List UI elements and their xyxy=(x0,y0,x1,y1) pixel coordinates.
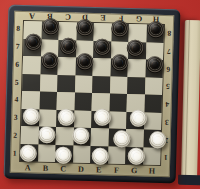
square-D5[interactable] xyxy=(75,75,93,93)
white-piece-glyph: ● xyxy=(27,111,35,120)
white-piece-glyph: ● xyxy=(133,152,141,161)
square-A4[interactable] xyxy=(22,91,40,109)
photo-scene: ABCDEFGH ABCDEFGH 87654321 87654321 ●●●●… xyxy=(0,0,200,189)
rank-labels-right-5: 5 xyxy=(163,77,172,95)
rank-labels-right-1: 1 xyxy=(161,148,170,166)
square-G6[interactable] xyxy=(128,59,146,77)
black-piece-glyph: ● xyxy=(65,41,73,50)
square-E6[interactable] xyxy=(93,58,111,76)
white-piece-glyph: ● xyxy=(135,113,143,122)
square-B5[interactable] xyxy=(40,74,58,92)
square-B3[interactable] xyxy=(39,109,57,127)
square-F5[interactable] xyxy=(110,76,128,94)
square-A6[interactable] xyxy=(23,56,41,74)
black-piece-glyph: ● xyxy=(152,25,160,34)
file-labels-bottom-D: D xyxy=(72,164,90,173)
file-labels-bottom-H: H xyxy=(143,166,161,175)
white-piece-glyph: ● xyxy=(60,151,68,160)
square-D4[interactable] xyxy=(74,93,92,111)
white-piece-glyph: ● xyxy=(42,131,50,140)
checkers-board-frame: ABCDEFGH ABCDEFGH 87654321 87654321 ●●●●… xyxy=(4,5,181,184)
square-G5[interactable] xyxy=(127,76,145,94)
black-piece-glyph: ● xyxy=(81,23,89,32)
square-F1[interactable] xyxy=(108,146,126,164)
file-labels-bottom-C: C xyxy=(54,164,72,173)
box-lid-crease xyxy=(185,20,190,177)
black-piece-glyph: ● xyxy=(115,59,123,68)
square-A5[interactable] xyxy=(22,74,40,92)
square-C4[interactable] xyxy=(57,92,75,110)
square-B4[interactable] xyxy=(39,92,57,110)
square-H5[interactable] xyxy=(145,77,163,95)
file-labels-top-A: A xyxy=(23,11,41,20)
black-piece-glyph: ● xyxy=(46,22,54,31)
black-piece-glyph: ● xyxy=(29,37,37,46)
square-C6[interactable] xyxy=(58,57,76,75)
black-piece-glyph: ● xyxy=(115,24,123,33)
square-F3[interactable] xyxy=(109,111,127,129)
square-C2[interactable] xyxy=(56,127,74,145)
rank-labels-right-6: 6 xyxy=(163,59,172,77)
square-D1[interactable] xyxy=(73,145,91,163)
file-labels-bottom-G: G xyxy=(125,166,143,175)
square-E5[interactable] xyxy=(92,76,110,94)
square-D3[interactable] xyxy=(74,110,92,128)
square-H1[interactable] xyxy=(143,147,161,165)
file-labels-bottom-E: E xyxy=(90,165,108,174)
black-piece-glyph: ● xyxy=(45,57,53,66)
square-E2[interactable] xyxy=(91,128,109,146)
white-piece-glyph: ● xyxy=(96,152,104,161)
white-piece-glyph: ● xyxy=(117,135,125,144)
file-labels-bottom-F: F xyxy=(108,165,126,174)
file-labels-top-C: C xyxy=(59,12,77,21)
white-piece-glyph: ● xyxy=(98,112,106,121)
file-labels-top-E: E xyxy=(94,13,112,22)
square-A2[interactable] xyxy=(21,126,39,144)
file-labels-bottom-A: A xyxy=(19,163,37,172)
box-lid-base-edge xyxy=(178,175,200,186)
square-B1[interactable] xyxy=(38,144,56,162)
square-H4[interactable] xyxy=(144,94,162,112)
black-piece-glyph: ● xyxy=(151,61,159,70)
black-piece-glyph: ● xyxy=(98,42,106,51)
white-piece-glyph: ● xyxy=(154,136,162,145)
square-F4[interactable] xyxy=(109,93,127,111)
white-piece-glyph: ● xyxy=(63,112,71,121)
box-lid xyxy=(181,20,200,177)
black-piece-glyph: ● xyxy=(132,43,140,52)
file-labels-bottom-B: B xyxy=(37,163,55,172)
board-face: ABCDEFGH ABCDEFGH 87654321 87654321 ●●●●… xyxy=(10,11,174,177)
rank-labels-right-4: 4 xyxy=(163,95,172,113)
rank-labels-right-7: 7 xyxy=(164,42,173,60)
square-C5[interactable] xyxy=(57,75,75,93)
file-labels-top-G: G xyxy=(129,14,147,23)
rank-labels-right-3: 3 xyxy=(162,113,171,131)
white-piece-glyph: ● xyxy=(77,131,85,140)
rank-labels-right-8: 8 xyxy=(164,24,173,42)
black-piece-glyph: ● xyxy=(81,58,89,67)
white-piece-glyph: ● xyxy=(24,149,32,158)
